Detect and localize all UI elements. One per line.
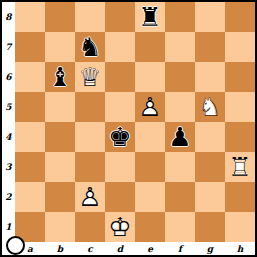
square-a2[interactable] — [15, 182, 45, 212]
piece-white-pawn: ♟♙ — [75, 182, 105, 212]
black-pawn-glyph: ♟ — [165, 122, 195, 152]
square-g6[interactable] — [195, 62, 225, 92]
square-g5[interactable]: ♞♘ — [195, 92, 225, 122]
square-f5[interactable] — [165, 92, 195, 122]
square-c4[interactable] — [75, 122, 105, 152]
square-e8[interactable]: ♜ — [135, 2, 165, 32]
square-g3[interactable] — [195, 152, 225, 182]
square-c3[interactable] — [75, 152, 105, 182]
square-a7[interactable] — [15, 32, 45, 62]
square-a4[interactable] — [15, 122, 45, 152]
square-a6[interactable] — [15, 62, 45, 92]
square-a5[interactable] — [15, 92, 45, 122]
white-pawn-outline: ♙ — [135, 92, 165, 122]
piece-white-king: ♚♔ — [105, 212, 135, 242]
square-d3[interactable] — [105, 152, 135, 182]
square-g2[interactable] — [195, 182, 225, 212]
square-c5[interactable] — [75, 92, 105, 122]
square-c7[interactable]: ♞ — [75, 32, 105, 62]
white-pawn-outline: ♙ — [75, 182, 105, 212]
square-h4[interactable] — [225, 122, 255, 152]
square-f3[interactable] — [165, 152, 195, 182]
white-rook-outline: ♖ — [225, 152, 255, 182]
square-b1[interactable] — [45, 212, 75, 242]
square-h1[interactable] — [225, 212, 255, 242]
piece-white-queen: ♛♕ — [75, 62, 105, 92]
square-b7[interactable] — [45, 32, 75, 62]
square-f2[interactable] — [165, 182, 195, 212]
square-e1[interactable] — [135, 212, 165, 242]
square-h5[interactable] — [225, 92, 255, 122]
square-e2[interactable] — [135, 182, 165, 212]
square-d2[interactable] — [105, 182, 135, 212]
piece-black-king: ♚ — [105, 122, 135, 152]
rank-label-6: 6 — [2, 62, 15, 92]
square-d5[interactable] — [105, 92, 135, 122]
square-d1[interactable]: ♚♔ — [105, 212, 135, 242]
square-c1[interactable] — [75, 212, 105, 242]
white-knight-outline: ♘ — [195, 92, 225, 122]
piece-black-rook: ♜ — [135, 2, 165, 32]
square-a8[interactable] — [15, 2, 45, 32]
square-f4[interactable]: ♟ — [165, 122, 195, 152]
square-d8[interactable] — [105, 2, 135, 32]
square-c8[interactable] — [75, 2, 105, 32]
square-g4[interactable] — [195, 122, 225, 152]
file-label-d: d — [105, 243, 135, 255]
square-e4[interactable] — [135, 122, 165, 152]
rank-label-3: 3 — [2, 152, 15, 182]
piece-black-bishop: ♝ — [45, 62, 75, 92]
square-e3[interactable] — [135, 152, 165, 182]
file-label-h: h — [225, 243, 255, 255]
rank-label-7: 7 — [2, 32, 15, 62]
file-label-e: e — [135, 243, 165, 255]
square-h2[interactable] — [225, 182, 255, 212]
square-g1[interactable] — [195, 212, 225, 242]
rank-label-8: 8 — [2, 2, 15, 32]
file-label-c: c — [75, 243, 105, 255]
black-king-glyph: ♚ — [105, 122, 135, 152]
square-e7[interactable] — [135, 32, 165, 62]
square-f6[interactable] — [165, 62, 195, 92]
file-label-b: b — [45, 243, 75, 255]
square-c6[interactable]: ♛♕ — [75, 62, 105, 92]
rank-labels: 87654321 — [2, 2, 15, 242]
chess-diagram: 87654321 ♜♞♝♛♕♟♙♞♘♚♟♜♖♟♙♚♔ abcdefgh — [0, 0, 257, 257]
square-b4[interactable] — [45, 122, 75, 152]
black-knight-glyph: ♞ — [75, 32, 105, 62]
rank-label-2: 2 — [2, 182, 15, 212]
square-h8[interactable] — [225, 2, 255, 32]
square-e6[interactable] — [135, 62, 165, 92]
rank-label-4: 4 — [2, 122, 15, 152]
square-g8[interactable] — [195, 2, 225, 32]
black-rook-glyph: ♜ — [135, 2, 165, 32]
piece-white-knight: ♞♘ — [195, 92, 225, 122]
square-f1[interactable] — [165, 212, 195, 242]
side-to-move-indicator — [6, 236, 25, 255]
file-label-g: g — [195, 243, 225, 255]
square-h7[interactable] — [225, 32, 255, 62]
rank-label-5: 5 — [2, 92, 15, 122]
square-d7[interactable] — [105, 32, 135, 62]
square-b2[interactable] — [45, 182, 75, 212]
square-b8[interactable] — [45, 2, 75, 32]
piece-white-rook: ♜♖ — [225, 152, 255, 182]
square-c2[interactable]: ♟♙ — [75, 182, 105, 212]
square-f8[interactable] — [165, 2, 195, 32]
square-a3[interactable] — [15, 152, 45, 182]
file-label-f: f — [165, 243, 195, 255]
square-h3[interactable]: ♜♖ — [225, 152, 255, 182]
black-bishop-glyph: ♝ — [45, 62, 75, 92]
chess-board: ♜♞♝♛♕♟♙♞♘♚♟♜♖♟♙♚♔ — [15, 2, 255, 242]
square-d6[interactable] — [105, 62, 135, 92]
square-b3[interactable] — [45, 152, 75, 182]
white-king-outline: ♔ — [105, 212, 135, 242]
square-h6[interactable] — [225, 62, 255, 92]
white-queen-outline: ♕ — [75, 62, 105, 92]
square-e5[interactable]: ♟♙ — [135, 92, 165, 122]
piece-black-pawn: ♟ — [165, 122, 195, 152]
square-b6[interactable]: ♝ — [45, 62, 75, 92]
piece-black-knight: ♞ — [75, 32, 105, 62]
square-d4[interactable]: ♚ — [105, 122, 135, 152]
square-f7[interactable] — [165, 32, 195, 62]
piece-white-pawn: ♟♙ — [135, 92, 165, 122]
file-labels: abcdefgh — [15, 243, 255, 255]
square-b5[interactable] — [45, 92, 75, 122]
square-g7[interactable] — [195, 32, 225, 62]
